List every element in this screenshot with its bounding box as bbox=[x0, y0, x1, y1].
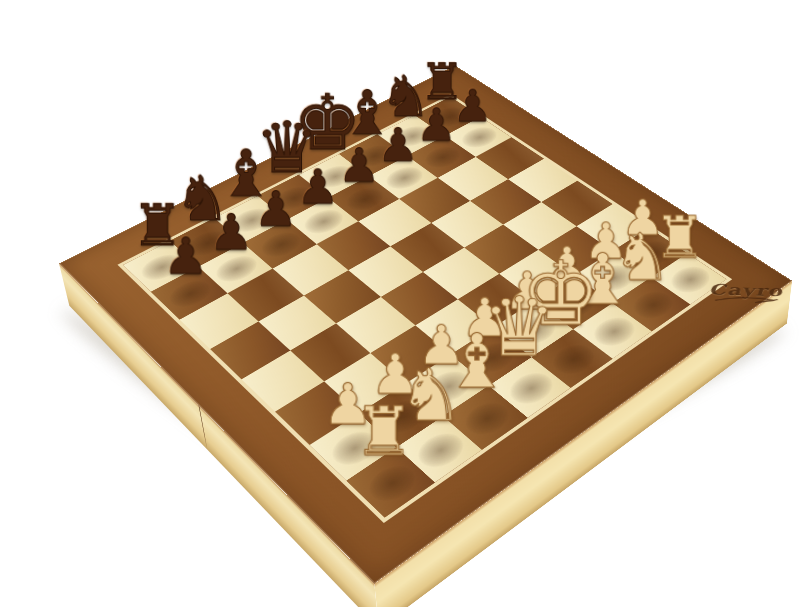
board-squares: ♜♞♝♛♚♝♞♜♟♟♟♟♟♟♟♟♟♟♟♟♟♟♟♟♜♞♝♛♚♝♞♜ bbox=[117, 94, 732, 523]
piece-white-r-a1: ♜ bbox=[354, 398, 414, 465]
piece-black-p-b7: ♟ bbox=[210, 208, 254, 257]
piece-black-p-e7: ♟ bbox=[338, 143, 380, 190]
piece-black-p-c7: ♟ bbox=[254, 185, 297, 233]
folding-chess-box: ♜♞♝♛♚♝♞♜♟♟♟♟♟♟♟♟♟♟♟♟♟♟♟♟♜♞♝♛♚♝♞♜ Cayro bbox=[59, 66, 792, 584]
piece-contact-shadow bbox=[626, 287, 680, 325]
piece-black-p-a7: ♟ bbox=[163, 232, 208, 282]
product-photo: ♜♞♝♛♚♝♞♜♟♟♟♟♟♟♟♟♟♟♟♟♟♟♟♟♜♞♝♛♚♝♞♜ Cayro bbox=[0, 0, 810, 607]
piece-black-p-h7: ♟ bbox=[453, 84, 493, 128]
piece-black-p-g7: ♟ bbox=[416, 103, 456, 148]
scene: ♜♞♝♛♚♝♞♜♟♟♟♟♟♟♟♟♟♟♟♟♟♟♟♟♜♞♝♛♚♝♞♜ Cayro bbox=[0, 0, 810, 607]
piece-contact-shadow bbox=[361, 459, 424, 508]
piece-contact-shadow bbox=[503, 367, 561, 410]
piece-black-p-f7: ♟ bbox=[378, 122, 419, 168]
piece-contact-shadow bbox=[411, 427, 472, 474]
piece-contact-shadow bbox=[458, 397, 518, 442]
brand-logo-text: Cayro bbox=[708, 281, 784, 300]
chess-board: ♜♞♝♛♚♝♞♜♟♟♟♟♟♟♟♟♟♟♟♟♟♟♟♟♜♞♝♛♚♝♞♜ Cayro bbox=[59, 66, 792, 584]
piece-black-p-d7: ♟ bbox=[297, 164, 340, 212]
